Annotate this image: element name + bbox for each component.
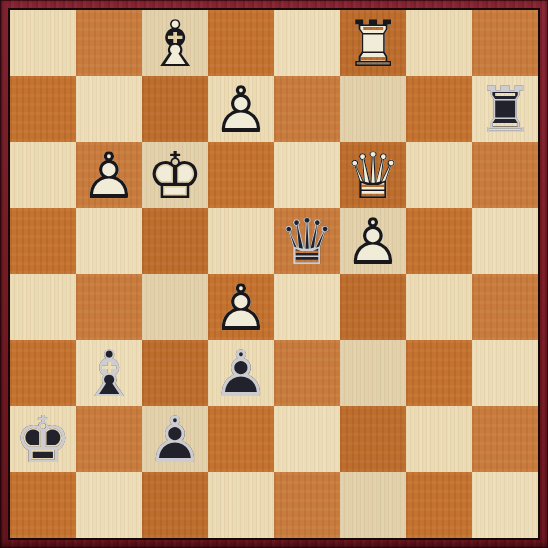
square-f4[interactable]: [340, 274, 406, 340]
square-d6[interactable]: [208, 142, 274, 208]
square-a4[interactable]: [10, 274, 76, 340]
square-g6[interactable]: [406, 142, 472, 208]
square-b6[interactable]: ♟♙: [76, 142, 142, 208]
square-f1[interactable]: [340, 472, 406, 538]
piece-outline-glyph: ♙: [76, 142, 142, 208]
square-d3[interactable]: ♟♙: [208, 340, 274, 406]
piece-white-pawn[interactable]: ♟♙: [340, 208, 406, 274]
piece-outline-glyph: ♙: [208, 76, 274, 142]
square-b4[interactable]: [76, 274, 142, 340]
piece-outline-glyph: ♖: [340, 10, 406, 76]
square-b3[interactable]: ♝♗: [76, 340, 142, 406]
piece-white-pawn[interactable]: ♟♙: [208, 274, 274, 340]
square-a5[interactable]: [10, 208, 76, 274]
square-d8[interactable]: [208, 10, 274, 76]
piece-white-queen[interactable]: ♛♕: [340, 142, 406, 208]
square-h6[interactable]: [472, 142, 538, 208]
square-h1[interactable]: [472, 472, 538, 538]
square-c6[interactable]: ♚♔: [142, 142, 208, 208]
piece-outline-glyph: ♙: [340, 208, 406, 274]
square-h4[interactable]: [472, 274, 538, 340]
piece-white-bishop[interactable]: ♝♗: [142, 10, 208, 76]
square-b1[interactable]: [76, 472, 142, 538]
board-inner-frame: ♝♗♜♖♟♙♜♖♟♙♚♔♛♕♛♕♟♙♟♙♝♗♟♙♚♔♟♙: [8, 8, 540, 540]
square-f8[interactable]: ♜♖: [340, 10, 406, 76]
square-e7[interactable]: [274, 76, 340, 142]
piece-black-queen[interactable]: ♛♕: [274, 208, 340, 274]
square-b7[interactable]: [76, 76, 142, 142]
square-h7[interactable]: ♜♖: [472, 76, 538, 142]
square-h8[interactable]: [472, 10, 538, 76]
piece-outline-glyph: ♕: [340, 142, 406, 208]
square-h5[interactable]: [472, 208, 538, 274]
piece-black-king[interactable]: ♚♔: [10, 406, 76, 472]
square-c5[interactable]: [142, 208, 208, 274]
square-c7[interactable]: [142, 76, 208, 142]
square-h2[interactable]: [472, 406, 538, 472]
piece-outline-glyph: ♙: [208, 274, 274, 340]
square-a1[interactable]: [10, 472, 76, 538]
square-f7[interactable]: [340, 76, 406, 142]
square-d4[interactable]: ♟♙: [208, 274, 274, 340]
square-g1[interactable]: [406, 472, 472, 538]
piece-outline-glyph: ♗: [76, 340, 142, 406]
square-d1[interactable]: [208, 472, 274, 538]
square-a3[interactable]: [10, 340, 76, 406]
piece-outline-glyph: ♔: [10, 406, 76, 472]
square-g4[interactable]: [406, 274, 472, 340]
piece-white-pawn[interactable]: ♟♙: [208, 76, 274, 142]
square-a6[interactable]: [10, 142, 76, 208]
square-f5[interactable]: ♟♙: [340, 208, 406, 274]
square-b5[interactable]: [76, 208, 142, 274]
square-g3[interactable]: [406, 340, 472, 406]
square-e3[interactable]: [274, 340, 340, 406]
chess-board: ♝♗♜♖♟♙♜♖♟♙♚♔♛♕♛♕♟♙♟♙♝♗♟♙♚♔♟♙: [10, 10, 538, 538]
square-a8[interactable]: [10, 10, 76, 76]
square-d2[interactable]: [208, 406, 274, 472]
square-c2[interactable]: ♟♙: [142, 406, 208, 472]
square-e1[interactable]: [274, 472, 340, 538]
square-e5[interactable]: ♛♕: [274, 208, 340, 274]
board-frame: ♝♗♜♖♟♙♜♖♟♙♚♔♛♕♛♕♟♙♟♙♝♗♟♙♚♔♟♙: [0, 0, 548, 548]
piece-white-king[interactable]: ♚♔: [142, 142, 208, 208]
square-c3[interactable]: [142, 340, 208, 406]
piece-outline-glyph: ♖: [472, 76, 538, 142]
square-d5[interactable]: [208, 208, 274, 274]
piece-outline-glyph: ♙: [142, 406, 208, 472]
square-f3[interactable]: [340, 340, 406, 406]
square-g8[interactable]: [406, 10, 472, 76]
piece-white-pawn[interactable]: ♟♙: [76, 142, 142, 208]
square-e6[interactable]: [274, 142, 340, 208]
square-c4[interactable]: [142, 274, 208, 340]
square-f2[interactable]: [340, 406, 406, 472]
piece-outline-glyph: ♔: [142, 142, 208, 208]
square-d7[interactable]: ♟♙: [208, 76, 274, 142]
square-b8[interactable]: [76, 10, 142, 76]
square-g7[interactable]: [406, 76, 472, 142]
square-e2[interactable]: [274, 406, 340, 472]
square-a2[interactable]: ♚♔: [10, 406, 76, 472]
piece-outline-glyph: ♙: [208, 340, 274, 406]
square-c1[interactable]: [142, 472, 208, 538]
square-c8[interactable]: ♝♗: [142, 10, 208, 76]
piece-outline-glyph: ♕: [274, 208, 340, 274]
piece-black-bishop[interactable]: ♝♗: [76, 340, 142, 406]
piece-black-pawn[interactable]: ♟♙: [208, 340, 274, 406]
piece-black-rook[interactable]: ♜♖: [472, 76, 538, 142]
square-f6[interactable]: ♛♕: [340, 142, 406, 208]
square-e4[interactable]: [274, 274, 340, 340]
square-h3[interactable]: [472, 340, 538, 406]
piece-black-pawn[interactable]: ♟♙: [142, 406, 208, 472]
square-e8[interactable]: [274, 10, 340, 76]
square-b2[interactable]: [76, 406, 142, 472]
square-a7[interactable]: [10, 76, 76, 142]
piece-outline-glyph: ♗: [142, 10, 208, 76]
piece-white-rook[interactable]: ♜♖: [340, 10, 406, 76]
square-g2[interactable]: [406, 406, 472, 472]
square-g5[interactable]: [406, 208, 472, 274]
